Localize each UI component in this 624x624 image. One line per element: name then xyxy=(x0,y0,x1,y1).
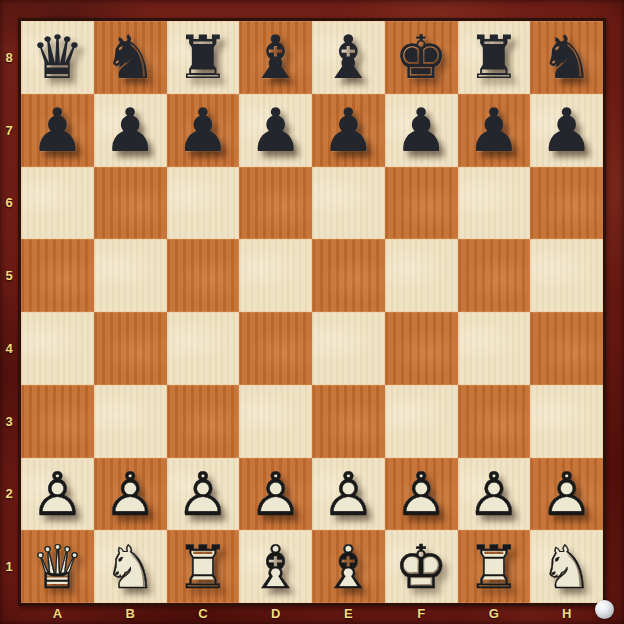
square-g1[interactable]: ♜♖ xyxy=(458,530,531,603)
square-b3[interactable] xyxy=(94,385,167,458)
piece-glyph: ♜ xyxy=(461,24,527,90)
piece-black-queen[interactable]: ♛ xyxy=(24,24,90,90)
square-a4[interactable] xyxy=(21,312,94,385)
square-f8[interactable]: ♚ xyxy=(385,21,458,94)
square-h8[interactable]: ♞ xyxy=(530,21,603,94)
square-c8[interactable]: ♜ xyxy=(167,21,240,94)
piece-white-king[interactable]: ♚♔ xyxy=(388,534,454,600)
square-d5[interactable] xyxy=(239,239,312,312)
square-h4[interactable] xyxy=(530,312,603,385)
square-g4[interactable] xyxy=(458,312,531,385)
piece-white-bishop[interactable]: ♝♗ xyxy=(243,534,309,600)
square-b6[interactable] xyxy=(94,167,167,240)
piece-outline-glyph: ♙ xyxy=(388,461,454,527)
file-label-a: A xyxy=(21,603,94,624)
piece-white-pawn[interactable]: ♟♙ xyxy=(461,461,527,527)
rank-label-2: 2 xyxy=(0,458,18,531)
piece-outline-glyph: ♘ xyxy=(534,534,600,600)
piece-black-rook[interactable]: ♜ xyxy=(170,24,236,90)
square-c7[interactable]: ♟ xyxy=(167,94,240,167)
rank-label-5: 5 xyxy=(0,239,18,312)
piece-outline-glyph: ♗ xyxy=(315,534,381,600)
square-b5[interactable] xyxy=(94,239,167,312)
square-b2[interactable]: ♟♙ xyxy=(94,458,167,531)
piece-outline-glyph: ♖ xyxy=(461,534,527,600)
square-g8[interactable]: ♜ xyxy=(458,21,531,94)
square-e6[interactable] xyxy=(312,167,385,240)
square-f1[interactable]: ♚♔ xyxy=(385,530,458,603)
piece-white-pawn[interactable]: ♟♙ xyxy=(315,461,381,527)
square-h1[interactable]: ♞♘ xyxy=(530,530,603,603)
piece-white-pawn[interactable]: ♟♙ xyxy=(388,461,454,527)
square-h2[interactable]: ♟♙ xyxy=(530,458,603,531)
rank-label-4: 4 xyxy=(0,312,18,385)
square-b1[interactable]: ♞♘ xyxy=(94,530,167,603)
square-a1[interactable]: ♛♕ xyxy=(21,530,94,603)
board-frame: ♛♞♜♝♝♚♜♞♟♟♟♟♟♟♟♟♟♙♟♙♟♙♟♙♟♙♟♙♟♙♟♙♛♕♞♘♜♖♝♗… xyxy=(0,0,624,624)
square-e1[interactable]: ♝♗ xyxy=(312,530,385,603)
piece-glyph: ♞ xyxy=(97,24,163,90)
piece-black-pawn[interactable]: ♟ xyxy=(243,97,309,163)
square-e3[interactable] xyxy=(312,385,385,458)
square-f5[interactable] xyxy=(385,239,458,312)
piece-white-pawn[interactable]: ♟♙ xyxy=(24,461,90,527)
file-label-g: G xyxy=(458,603,531,624)
piece-glyph: ♟ xyxy=(243,97,309,163)
square-g2[interactable]: ♟♙ xyxy=(458,458,531,531)
file-label-e: E xyxy=(312,603,385,624)
piece-outline-glyph: ♙ xyxy=(97,461,163,527)
piece-glyph: ♛ xyxy=(24,24,90,90)
square-c1[interactable]: ♜♖ xyxy=(167,530,240,603)
square-a5[interactable] xyxy=(21,239,94,312)
square-g5[interactable] xyxy=(458,239,531,312)
piece-glyph: ♟ xyxy=(24,97,90,163)
square-f3[interactable] xyxy=(385,385,458,458)
square-c5[interactable] xyxy=(167,239,240,312)
square-h5[interactable] xyxy=(530,239,603,312)
piece-glyph: ♟ xyxy=(388,97,454,163)
board-border: ♛♞♜♝♝♚♜♞♟♟♟♟♟♟♟♟♟♙♟♙♟♙♟♙♟♙♟♙♟♙♟♙♛♕♞♘♜♖♝♗… xyxy=(18,18,606,606)
piece-outline-glyph: ♘ xyxy=(97,534,163,600)
piece-black-pawn[interactable]: ♟ xyxy=(315,97,381,163)
square-g7[interactable]: ♟ xyxy=(458,94,531,167)
square-c4[interactable] xyxy=(167,312,240,385)
square-h3[interactable] xyxy=(530,385,603,458)
square-h7[interactable]: ♟ xyxy=(530,94,603,167)
piece-white-knight[interactable]: ♞♘ xyxy=(534,534,600,600)
piece-outline-glyph: ♙ xyxy=(24,461,90,527)
square-c3[interactable] xyxy=(167,385,240,458)
rank-label-7: 7 xyxy=(0,94,18,167)
rank-label-3: 3 xyxy=(0,385,18,458)
square-g3[interactable] xyxy=(458,385,531,458)
square-e4[interactable] xyxy=(312,312,385,385)
square-c6[interactable] xyxy=(167,167,240,240)
piece-white-knight[interactable]: ♞♘ xyxy=(97,534,163,600)
file-label-h: H xyxy=(530,603,603,624)
piece-white-pawn[interactable]: ♟♙ xyxy=(170,461,236,527)
piece-black-bishop[interactable]: ♝ xyxy=(243,24,309,90)
square-g6[interactable] xyxy=(458,167,531,240)
file-label-b: B xyxy=(94,603,167,624)
piece-glyph: ♟ xyxy=(97,97,163,163)
square-a6[interactable] xyxy=(21,167,94,240)
rank-label-1: 1 xyxy=(0,530,18,603)
piece-outline-glyph: ♙ xyxy=(534,461,600,527)
square-f6[interactable] xyxy=(385,167,458,240)
piece-white-bishop[interactable]: ♝♗ xyxy=(315,534,381,600)
piece-white-rook[interactable]: ♜♖ xyxy=(461,534,527,600)
piece-black-bishop[interactable]: ♝ xyxy=(315,24,381,90)
piece-glyph: ♝ xyxy=(243,24,309,90)
piece-glyph: ♟ xyxy=(534,97,600,163)
file-label-f: F xyxy=(385,603,458,624)
square-d3[interactable] xyxy=(239,385,312,458)
square-e5[interactable] xyxy=(312,239,385,312)
piece-white-pawn[interactable]: ♟♙ xyxy=(97,461,163,527)
piece-outline-glyph: ♕ xyxy=(24,534,90,600)
piece-outline-glyph: ♗ xyxy=(243,534,309,600)
square-e8[interactable]: ♝ xyxy=(312,21,385,94)
square-d6[interactable] xyxy=(239,167,312,240)
square-f2[interactable]: ♟♙ xyxy=(385,458,458,531)
square-b4[interactable] xyxy=(94,312,167,385)
square-e2[interactable]: ♟♙ xyxy=(312,458,385,531)
rank-label-6: 6 xyxy=(0,167,18,240)
white-to-move-indicator xyxy=(595,600,614,619)
file-label-d: D xyxy=(239,603,312,624)
piece-glyph: ♜ xyxy=(170,24,236,90)
piece-white-queen[interactable]: ♛♕ xyxy=(24,534,90,600)
piece-outline-glyph: ♖ xyxy=(170,534,236,600)
square-a3[interactable] xyxy=(21,385,94,458)
piece-black-rook[interactable]: ♜ xyxy=(461,24,527,90)
square-c2[interactable]: ♟♙ xyxy=(167,458,240,531)
square-f7[interactable]: ♟ xyxy=(385,94,458,167)
square-d1[interactable]: ♝♗ xyxy=(239,530,312,603)
piece-black-pawn[interactable]: ♟ xyxy=(388,97,454,163)
file-label-c: C xyxy=(167,603,240,624)
square-h6[interactable] xyxy=(530,167,603,240)
piece-outline-glyph: ♙ xyxy=(315,461,381,527)
piece-black-pawn[interactable]: ♟ xyxy=(24,97,90,163)
square-b7[interactable]: ♟ xyxy=(94,94,167,167)
square-e7[interactable]: ♟ xyxy=(312,94,385,167)
piece-outline-glyph: ♙ xyxy=(170,461,236,527)
piece-outline-glyph: ♙ xyxy=(461,461,527,527)
piece-glyph: ♞ xyxy=(534,24,600,90)
rank-label-8: 8 xyxy=(0,21,18,94)
square-d7[interactable]: ♟ xyxy=(239,94,312,167)
piece-glyph: ♝ xyxy=(315,24,381,90)
piece-black-knight[interactable]: ♞ xyxy=(97,24,163,90)
square-d2[interactable]: ♟♙ xyxy=(239,458,312,531)
square-d4[interactable] xyxy=(239,312,312,385)
piece-glyph: ♟ xyxy=(461,97,527,163)
piece-black-pawn[interactable]: ♟ xyxy=(170,97,236,163)
piece-glyph: ♟ xyxy=(170,97,236,163)
piece-outline-glyph: ♙ xyxy=(243,461,309,527)
square-d8[interactable]: ♝ xyxy=(239,21,312,94)
square-a8[interactable]: ♛ xyxy=(21,21,94,94)
piece-black-pawn[interactable]: ♟ xyxy=(97,97,163,163)
piece-glyph: ♟ xyxy=(315,97,381,163)
square-b8[interactable]: ♞ xyxy=(94,21,167,94)
piece-black-pawn[interactable]: ♟ xyxy=(461,97,527,163)
square-a2[interactable]: ♟♙ xyxy=(21,458,94,531)
piece-white-pawn[interactable]: ♟♙ xyxy=(534,461,600,527)
piece-white-rook[interactable]: ♜♖ xyxy=(170,534,236,600)
piece-black-king[interactable]: ♚ xyxy=(388,24,454,90)
board: ♛♞♜♝♝♚♜♞♟♟♟♟♟♟♟♟♟♙♟♙♟♙♟♙♟♙♟♙♟♙♟♙♛♕♞♘♜♖♝♗… xyxy=(21,21,603,603)
piece-white-pawn[interactable]: ♟♙ xyxy=(243,461,309,527)
piece-black-pawn[interactable]: ♟ xyxy=(534,97,600,163)
piece-black-knight[interactable]: ♞ xyxy=(534,24,600,90)
piece-outline-glyph: ♔ xyxy=(388,534,454,600)
square-a7[interactable]: ♟ xyxy=(21,94,94,167)
piece-glyph: ♚ xyxy=(388,24,454,90)
square-f4[interactable] xyxy=(385,312,458,385)
